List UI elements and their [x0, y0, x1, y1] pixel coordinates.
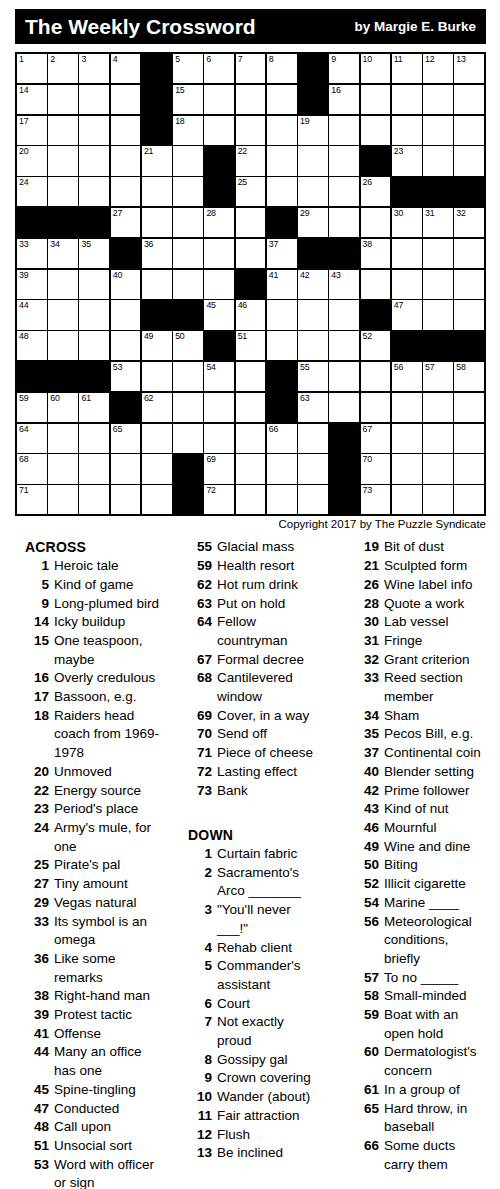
black-cell — [111, 393, 141, 422]
grid-cell[interactable] — [392, 424, 422, 453]
black-cell — [204, 177, 234, 206]
grid-cell[interactable]: 57 — [423, 362, 453, 391]
grid-cell[interactable]: 53 — [111, 362, 141, 391]
grid-cell[interactable] — [142, 485, 172, 514]
grid-cell[interactable] — [361, 85, 391, 114]
grid-cell[interactable] — [236, 485, 266, 514]
grid-cell[interactable]: 2 — [48, 54, 78, 83]
cell-number: 67 — [363, 425, 372, 434]
grid-cell[interactable] — [454, 270, 484, 299]
grid-cell[interactable] — [48, 424, 78, 453]
clue-number: 12 — [188, 1126, 212, 1145]
grid-cell[interactable] — [298, 485, 328, 514]
grid-cell[interactable] — [173, 239, 203, 268]
clue-number: 65 — [355, 1100, 379, 1119]
grid-cell[interactable]: 66 — [267, 424, 297, 453]
clue: 73Bank — [188, 782, 355, 801]
black-cell — [48, 208, 78, 237]
cell-number: 26 — [363, 178, 372, 187]
grid-cell[interactable]: 32 — [454, 208, 484, 237]
puzzle-byline: by Margie E. Burke — [354, 19, 476, 34]
clue-column-3: 19Bit of dust21Sculpted form26Wine label… — [355, 538, 500, 1174]
grid-cell[interactable]: 47 — [392, 300, 422, 329]
grid-cell[interactable] — [142, 424, 172, 453]
grid-cell[interactable] — [454, 300, 484, 329]
grid-cell[interactable]: 38 — [361, 239, 391, 268]
grid-cell[interactable]: 65 — [111, 424, 141, 453]
grid-cell[interactable] — [173, 362, 203, 391]
across-header: ACROSS — [25, 538, 188, 557]
clue-text: Pecos Bill, e.g. — [384, 725, 487, 744]
grid-cell[interactable]: 10 — [361, 54, 391, 83]
clue-number: 22 — [25, 782, 49, 801]
grid-cell[interactable]: 11 — [392, 54, 422, 83]
grid-cell[interactable]: 9 — [329, 54, 359, 83]
clue-number: 19 — [355, 538, 379, 557]
grid-cell[interactable]: 67 — [361, 424, 391, 453]
grid-cell[interactable] — [423, 300, 453, 329]
grid-cell[interactable]: 54 — [204, 362, 234, 391]
grid-cell[interactable] — [361, 393, 391, 422]
grid-cell[interactable]: 16 — [329, 85, 359, 114]
clue-number: 3 — [188, 901, 212, 920]
grid-cell[interactable]: 41 — [267, 270, 297, 299]
grid-cell[interactable] — [111, 116, 141, 145]
grid-cell[interactable] — [267, 177, 297, 206]
grid-cell[interactable] — [392, 116, 422, 145]
grid-cell[interactable]: 5 — [173, 54, 203, 83]
grid-cell[interactable] — [142, 177, 172, 206]
grid-cell[interactable]: 51 — [236, 331, 266, 360]
grid-cell[interactable]: 6 — [204, 54, 234, 83]
grid-cell[interactable]: 64 — [17, 424, 47, 453]
clue-text: Right-hand man — [54, 987, 161, 1006]
grid-cell[interactable] — [204, 116, 234, 145]
grid-cell[interactable]: 58 — [454, 362, 484, 391]
grid-cell[interactable] — [79, 177, 109, 206]
grid-cell[interactable]: 22 — [236, 146, 266, 175]
black-cell — [329, 454, 359, 483]
grid-cell[interactable] — [111, 300, 141, 329]
grid-cell[interactable] — [423, 454, 453, 483]
grid-cell[interactable]: 63 — [298, 393, 328, 422]
black-cell — [142, 116, 172, 145]
grid-cell[interactable] — [298, 177, 328, 206]
clue: 24Army's mule, for one — [25, 819, 188, 856]
clue-number: 51 — [25, 1137, 49, 1156]
clue-text: Long-plumed bird — [54, 595, 161, 614]
grid-cell[interactable] — [48, 454, 78, 483]
grid-cell[interactable] — [454, 485, 484, 514]
clue: 13Be inclined — [188, 1144, 355, 1163]
cell-number: 64 — [19, 425, 28, 434]
clue: 20Unmoved — [25, 763, 188, 782]
clue-text: Illicit cigarette — [384, 875, 487, 894]
grid-cell[interactable]: 61 — [79, 393, 109, 422]
grid-cell[interactable] — [361, 362, 391, 391]
grid-cell[interactable] — [79, 146, 109, 175]
grid-cell[interactable] — [329, 116, 359, 145]
grid-cell[interactable] — [48, 146, 78, 175]
grid-cell[interactable]: 73 — [361, 485, 391, 514]
grid-cell[interactable] — [392, 239, 422, 268]
grid-cell[interactable]: 25 — [236, 177, 266, 206]
grid-cell[interactable]: 24 — [17, 177, 47, 206]
clue-number: 20 — [25, 763, 49, 782]
grid-cell[interactable] — [267, 331, 297, 360]
clue-number: 70 — [188, 725, 212, 744]
grid-cell[interactable] — [267, 85, 297, 114]
black-cell — [204, 331, 234, 360]
grid-cell[interactable]: 72 — [204, 485, 234, 514]
cell-number: 32 — [456, 209, 465, 218]
grid-cell[interactable] — [454, 239, 484, 268]
clue-text: Bassoon, e.g. — [54, 688, 161, 707]
clue-number: 31 — [355, 632, 379, 651]
grid-cell[interactable] — [329, 393, 359, 422]
grid-cell[interactable] — [298, 146, 328, 175]
grid-cell[interactable] — [329, 146, 359, 175]
grid-cell[interactable]: 44 — [17, 300, 47, 329]
grid-cell[interactable] — [423, 239, 453, 268]
grid-cell[interactable] — [173, 177, 203, 206]
grid-cell[interactable] — [454, 454, 484, 483]
grid-cell[interactable] — [423, 485, 453, 514]
grid-cell[interactable]: 35 — [79, 239, 109, 268]
grid-cell[interactable]: 60 — [48, 393, 78, 422]
grid-cell[interactable] — [454, 424, 484, 453]
grid-cell[interactable]: 1 — [17, 54, 47, 83]
grid-cell[interactable]: 42 — [298, 270, 328, 299]
clue-text: "You'll never ___!" — [217, 901, 318, 938]
grid-cell[interactable] — [142, 454, 172, 483]
cell-number: 39 — [19, 271, 28, 280]
grid-cell[interactable]: 46 — [236, 300, 266, 329]
grid-cell[interactable] — [236, 362, 266, 391]
clue: 1Curtain fabric — [188, 845, 355, 864]
clue-number: 49 — [355, 838, 379, 857]
grid-cell[interactable] — [79, 85, 109, 114]
grid-cell[interactable]: 28 — [204, 208, 234, 237]
grid-cell[interactable] — [454, 85, 484, 114]
grid-cell[interactable]: 27 — [111, 208, 141, 237]
grid-cell[interactable] — [142, 208, 172, 237]
clue-number: 59 — [188, 557, 212, 576]
grid-cell[interactable] — [392, 485, 422, 514]
grid-cell[interactable] — [79, 270, 109, 299]
grid-cell[interactable] — [111, 485, 141, 514]
grid-cell[interactable]: 29 — [298, 208, 328, 237]
grid-cell[interactable] — [48, 300, 78, 329]
black-cell — [173, 300, 203, 329]
clue-text: Raiders head coach from 1969-1978 — [54, 707, 161, 763]
cell-number: 69 — [206, 455, 215, 464]
grid-cell[interactable] — [79, 424, 109, 453]
grid-cell[interactable] — [204, 239, 234, 268]
clue-number: 33 — [355, 669, 379, 688]
clue-text: Prime follower — [384, 782, 487, 801]
cell-number: 30 — [394, 209, 403, 218]
grid-cell[interactable] — [392, 85, 422, 114]
grid-cell[interactable] — [79, 485, 109, 514]
grid-cell[interactable] — [392, 393, 422, 422]
grid-cell[interactable] — [204, 424, 234, 453]
clue-number: 9 — [25, 595, 49, 614]
grid-cell[interactable]: 37 — [267, 239, 297, 268]
clue-number: 59 — [355, 1006, 379, 1025]
clue-number: 46 — [355, 819, 379, 838]
grid-cell[interactable] — [48, 485, 78, 514]
clue-column-1: ACROSS1Heroic tale5Kind of game9Long-plu… — [25, 538, 188, 1189]
grid-cell[interactable] — [267, 454, 297, 483]
clue-number: 14 — [25, 613, 49, 632]
black-cell — [17, 362, 47, 391]
clue-text: Formal decree — [217, 651, 318, 670]
grid-cell[interactable]: 8 — [267, 54, 297, 83]
grid-cell[interactable] — [423, 393, 453, 422]
grid-cell[interactable]: 18 — [173, 116, 203, 145]
grid-cell[interactable] — [298, 300, 328, 329]
cell-number: 57 — [425, 363, 434, 372]
cell-number: 58 — [456, 363, 465, 372]
clue-text: Army's mule, for one — [54, 819, 161, 856]
clue-number: 71 — [188, 744, 212, 763]
cell-number: 19 — [300, 117, 309, 126]
grid-cell[interactable] — [298, 331, 328, 360]
black-cell — [298, 85, 328, 114]
grid-cell[interactable]: 15 — [173, 85, 203, 114]
grid-cell[interactable] — [173, 393, 203, 422]
cell-number: 2 — [50, 55, 55, 64]
grid-cell[interactable]: 59 — [17, 393, 47, 422]
grid-cell[interactable] — [361, 208, 391, 237]
grid-cell[interactable] — [329, 300, 359, 329]
cell-number: 25 — [238, 178, 247, 187]
grid-cell[interactable] — [329, 362, 359, 391]
clue: 67Formal decree — [188, 651, 355, 670]
clue-number: 29 — [25, 894, 49, 913]
clue-number: 21 — [355, 557, 379, 576]
grid-cell[interactable]: 20 — [17, 146, 47, 175]
puzzle-title: The Weekly Crossword — [25, 15, 256, 39]
grid-cell[interactable] — [48, 85, 78, 114]
grid-cell[interactable] — [236, 239, 266, 268]
cell-number: 71 — [19, 486, 28, 495]
clue: 11Fair attraction — [188, 1107, 355, 1126]
grid-cell[interactable] — [298, 454, 328, 483]
grid-cell[interactable] — [142, 362, 172, 391]
grid-cell[interactable] — [236, 85, 266, 114]
cell-number: 72 — [206, 486, 215, 495]
grid-cell[interactable]: 48 — [17, 331, 47, 360]
grid-cell[interactable] — [298, 424, 328, 453]
clue: 55Glacial mass — [188, 538, 355, 557]
clue-number: 73 — [188, 782, 212, 801]
clue-number: 45 — [25, 1081, 49, 1100]
grid-cell[interactable] — [204, 85, 234, 114]
grid-cell[interactable]: 55 — [298, 362, 328, 391]
grid-cell[interactable]: 23 — [392, 146, 422, 175]
grid-cell[interactable] — [454, 146, 484, 175]
cell-number: 60 — [50, 394, 59, 403]
grid-cell[interactable] — [236, 116, 266, 145]
grid-cell[interactable] — [79, 300, 109, 329]
grid-cell[interactable] — [173, 146, 203, 175]
clue-text: Cantilevered window — [217, 669, 318, 706]
grid-cell[interactable]: 70 — [361, 454, 391, 483]
grid-cell[interactable] — [111, 331, 141, 360]
grid-cell[interactable] — [173, 208, 203, 237]
cell-number: 63 — [300, 394, 309, 403]
grid-cell[interactable] — [423, 424, 453, 453]
grid-cell[interactable] — [111, 85, 141, 114]
grid-cell[interactable] — [361, 116, 391, 145]
grid-cell[interactable]: 13 — [454, 54, 484, 83]
clue-number: 48 — [25, 1118, 49, 1137]
grid-cell[interactable] — [329, 177, 359, 206]
grid-cell[interactable] — [79, 454, 109, 483]
grid-cell[interactable]: 30 — [392, 208, 422, 237]
cell-number: 21 — [144, 147, 153, 156]
clue: 40Blender setting — [355, 763, 500, 782]
clue-text: Crown covering — [217, 1069, 318, 1088]
grid-cell[interactable]: 52 — [361, 331, 391, 360]
grid-cell[interactable]: 12 — [423, 54, 453, 83]
grid-cell[interactable] — [111, 146, 141, 175]
grid-cell[interactable]: 21 — [142, 146, 172, 175]
grid-cell[interactable] — [111, 177, 141, 206]
grid-cell[interactable]: 49 — [142, 331, 172, 360]
grid-cell[interactable] — [142, 270, 172, 299]
grid-cell[interactable] — [236, 454, 266, 483]
grid-cell[interactable] — [236, 424, 266, 453]
grid-cell[interactable] — [111, 454, 141, 483]
clue-text: Many an office has one — [54, 1043, 161, 1080]
grid-cell[interactable] — [423, 146, 453, 175]
grid-cell[interactable] — [329, 331, 359, 360]
clue: 15One teaspoon, maybe — [25, 632, 188, 669]
cell-number: 55 — [300, 363, 309, 372]
clue: 21Sculpted form — [355, 557, 500, 576]
black-cell — [298, 239, 328, 268]
grid-cell[interactable]: 4 — [111, 54, 141, 83]
grid-cell[interactable]: 45 — [204, 300, 234, 329]
grid-cell[interactable]: 50 — [173, 331, 203, 360]
clue-number: 56 — [355, 913, 379, 932]
clue-number: 32 — [355, 651, 379, 670]
clue-number: 1 — [25, 557, 49, 576]
grid-cell[interactable] — [267, 146, 297, 175]
grid-cell[interactable]: 7 — [236, 54, 266, 83]
grid-cell[interactable]: 71 — [17, 485, 47, 514]
grid-cell[interactable]: 34 — [48, 239, 78, 268]
grid-cell[interactable] — [48, 331, 78, 360]
grid-cell[interactable] — [361, 270, 391, 299]
grid-cell[interactable] — [204, 393, 234, 422]
grid-cell[interactable] — [48, 116, 78, 145]
grid-cell[interactable]: 36 — [142, 239, 172, 268]
clue: 2Sacramento's Arco _______ — [188, 864, 355, 901]
grid-cell[interactable] — [329, 208, 359, 237]
clue: 22Energy source — [25, 782, 188, 801]
clue-text: Unsocial sort — [54, 1137, 161, 1156]
grid-cell[interactable]: 19 — [298, 116, 328, 145]
clue: 33Reed section member — [355, 669, 500, 706]
grid-cell[interactable] — [392, 270, 422, 299]
grid-cell[interactable]: 43 — [329, 270, 359, 299]
grid-cell[interactable]: 3 — [79, 54, 109, 83]
grid-cell[interactable] — [173, 424, 203, 453]
copyright-notice: Copyright 2017 by The Puzzle Syndicate — [15, 518, 486, 530]
clue: 14Icky buildup — [25, 613, 188, 632]
clue-number: 42 — [355, 782, 379, 801]
black-cell — [173, 454, 203, 483]
grid-cell[interactable]: 39 — [17, 270, 47, 299]
crossword-grid: 1234567891011121314151617181920212223242… — [15, 52, 486, 516]
grid-cell[interactable] — [454, 116, 484, 145]
grid-cell[interactable] — [236, 208, 266, 237]
clue: 35Pecos Bill, e.g. — [355, 725, 500, 744]
clue-text: Call upon — [54, 1118, 161, 1137]
grid-cell[interactable]: 68 — [17, 454, 47, 483]
clue-number: 17 — [25, 688, 49, 707]
grid-cell[interactable]: 26 — [361, 177, 391, 206]
grid-cell[interactable] — [392, 454, 422, 483]
grid-cell[interactable] — [48, 270, 78, 299]
cell-number: 33 — [19, 240, 28, 249]
grid-cell[interactable] — [267, 485, 297, 514]
grid-cell[interactable] — [267, 300, 297, 329]
grid-cell[interactable] — [423, 85, 453, 114]
clue-text: Blender setting — [384, 763, 487, 782]
cell-number: 36 — [144, 240, 153, 249]
grid-cell[interactable] — [423, 270, 453, 299]
black-cell — [267, 362, 297, 391]
clue-number: 57 — [355, 969, 379, 988]
grid-cell[interactable]: 62 — [142, 393, 172, 422]
cell-number: 62 — [144, 394, 153, 403]
clue-text: Commander's assistant — [217, 957, 318, 994]
grid-cell[interactable]: 33 — [17, 239, 47, 268]
clue-number: 5 — [25, 576, 49, 595]
grid-cell[interactable] — [79, 331, 109, 360]
clue-text: Wine and dine — [384, 838, 487, 857]
clue-text: Icky buildup — [54, 613, 161, 632]
grid-cell[interactable] — [267, 116, 297, 145]
grid-cell[interactable] — [173, 270, 203, 299]
clue-number: 38 — [25, 987, 49, 1006]
grid-cell[interactable]: 17 — [17, 116, 47, 145]
grid-cell[interactable]: 40 — [111, 270, 141, 299]
grid-cell[interactable] — [48, 177, 78, 206]
grid-cell[interactable]: 31 — [423, 208, 453, 237]
grid-cell[interactable] — [423, 116, 453, 145]
cell-number: 37 — [269, 240, 278, 249]
grid-cell[interactable] — [454, 393, 484, 422]
black-cell — [236, 270, 266, 299]
cell-number: 1 — [19, 55, 24, 64]
grid-cell[interactable]: 69 — [204, 454, 234, 483]
cell-number: 35 — [81, 240, 90, 249]
grid-cell[interactable] — [204, 270, 234, 299]
grid-cell[interactable] — [79, 116, 109, 145]
grid-cell[interactable]: 14 — [17, 85, 47, 114]
clue: 27Tiny amount — [25, 875, 188, 894]
grid-cell[interactable] — [236, 393, 266, 422]
clue-number: 43 — [355, 800, 379, 819]
clue: 58Small-minded — [355, 987, 500, 1006]
grid-cell[interactable]: 56 — [392, 362, 422, 391]
